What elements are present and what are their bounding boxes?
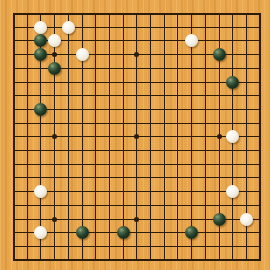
- black-stone: ●: [117, 226, 130, 239]
- white-stone: ○: [76, 48, 89, 61]
- white-stone: ○: [62, 21, 75, 34]
- go-board[interactable]: ○○●○○●○●●●●○○○●○○●●●: [0, 0, 270, 270]
- black-stone: ●: [226, 76, 239, 89]
- black-stone: ●: [76, 226, 89, 239]
- star-point: [217, 134, 222, 139]
- star-point: [134, 217, 139, 222]
- star-point: [52, 217, 57, 222]
- black-stone: ●: [213, 213, 226, 226]
- black-stone: ●: [213, 48, 226, 61]
- black-stone: ●: [48, 62, 61, 75]
- white-stone: ○: [240, 213, 253, 226]
